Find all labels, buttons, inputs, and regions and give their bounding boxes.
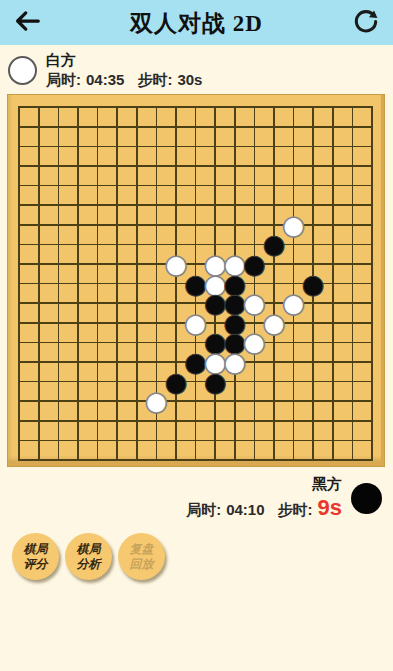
board-cell[interactable]: [303, 215, 323, 235]
board-cell[interactable]: [10, 391, 30, 411]
board-cell[interactable]: [205, 450, 225, 470]
board-cell[interactable]: [10, 176, 30, 196]
board-cell[interactable]: [166, 450, 186, 470]
board-cell[interactable]: [362, 156, 382, 176]
board-cell[interactable]: [245, 195, 265, 215]
board-cell[interactable]: [29, 450, 49, 470]
board-cell[interactable]: [10, 313, 30, 333]
board-cell[interactable]: [49, 352, 69, 372]
board-cell[interactable]: [127, 372, 147, 392]
board-cell[interactable]: [147, 274, 167, 294]
board-cell[interactable]: [186, 411, 206, 431]
board-cell[interactable]: [303, 313, 323, 333]
board-cell[interactable]: [88, 137, 108, 157]
board-cell[interactable]: [147, 450, 167, 470]
board-cell[interactable]: [225, 411, 245, 431]
board-cell[interactable]: [127, 431, 147, 451]
board-cell[interactable]: [343, 431, 363, 451]
board-cell[interactable]: [49, 274, 69, 294]
board-cell[interactable]: ●: [264, 235, 284, 255]
board-cell[interactable]: [10, 274, 30, 294]
board-cell[interactable]: [186, 156, 206, 176]
board-cell[interactable]: [88, 235, 108, 255]
board-cell[interactable]: [343, 450, 363, 470]
board-cell[interactable]: [107, 235, 127, 255]
board-cell[interactable]: [362, 195, 382, 215]
board-cell[interactable]: [225, 98, 245, 118]
board-cell[interactable]: [284, 333, 304, 353]
board-cell[interactable]: [49, 195, 69, 215]
board-cell[interactable]: [10, 117, 30, 137]
board-cell[interactable]: [303, 176, 323, 196]
board-cell[interactable]: [88, 274, 108, 294]
board-cell[interactable]: [10, 195, 30, 215]
board-cell[interactable]: [68, 176, 88, 196]
board-cell[interactable]: [10, 411, 30, 431]
board-cell[interactable]: [303, 117, 323, 137]
board-cell[interactable]: [107, 117, 127, 137]
board-cell[interactable]: [147, 293, 167, 313]
board-cell[interactable]: [68, 235, 88, 255]
board-cell[interactable]: [68, 98, 88, 118]
board-cell[interactable]: [127, 215, 147, 235]
board-cell[interactable]: [127, 117, 147, 137]
board-cell[interactable]: [68, 117, 88, 137]
board-cell[interactable]: [245, 450, 265, 470]
board-cell[interactable]: [127, 98, 147, 118]
board-cell[interactable]: [186, 235, 206, 255]
board-cell[interactable]: ●: [205, 293, 225, 313]
board-cell[interactable]: [29, 411, 49, 431]
board-cell[interactable]: [147, 313, 167, 333]
board-cell[interactable]: [284, 411, 304, 431]
board-cell[interactable]: [68, 333, 88, 353]
replay-button[interactable]: 复盘 回放: [118, 533, 165, 580]
board-cell[interactable]: [323, 137, 343, 157]
board-cell[interactable]: [49, 372, 69, 392]
board-cell[interactable]: [88, 254, 108, 274]
board-cell[interactable]: [343, 372, 363, 392]
board-cell[interactable]: [127, 195, 147, 215]
board-cell[interactable]: [29, 391, 49, 411]
board-cell[interactable]: [107, 391, 127, 411]
board-cell[interactable]: [225, 391, 245, 411]
board-cell[interactable]: [107, 450, 127, 470]
board-cell[interactable]: [343, 352, 363, 372]
board-cell[interactable]: [107, 293, 127, 313]
board-cell[interactable]: [303, 235, 323, 255]
board-cell[interactable]: [68, 215, 88, 235]
board-cell[interactable]: [166, 117, 186, 137]
board-cell[interactable]: [264, 450, 284, 470]
board-cell[interactable]: [127, 235, 147, 255]
board-cell[interactable]: [49, 98, 69, 118]
board-cell[interactable]: [284, 137, 304, 157]
board-cell[interactable]: [205, 411, 225, 431]
board-cell[interactable]: [147, 156, 167, 176]
board-cell[interactable]: [205, 156, 225, 176]
board-cell[interactable]: [245, 431, 265, 451]
board-cell[interactable]: [303, 431, 323, 451]
board-cell[interactable]: [343, 156, 363, 176]
board-cell[interactable]: [362, 372, 382, 392]
board-cell[interactable]: [68, 431, 88, 451]
board-cell[interactable]: [343, 333, 363, 353]
board-cell[interactable]: [147, 98, 167, 118]
board-cell[interactable]: [49, 411, 69, 431]
board-cell[interactable]: [107, 195, 127, 215]
board-cell[interactable]: [29, 313, 49, 333]
board-cell[interactable]: [225, 195, 245, 215]
board-cell[interactable]: [264, 274, 284, 294]
board-cell[interactable]: [127, 352, 147, 372]
board-cell[interactable]: [323, 254, 343, 274]
board-cell[interactable]: [68, 313, 88, 333]
board-cell[interactable]: [362, 137, 382, 157]
board-cell[interactable]: [88, 313, 108, 333]
board-cell[interactable]: [29, 137, 49, 157]
board-cell[interactable]: [264, 117, 284, 137]
board-cell[interactable]: [362, 98, 382, 118]
board-cell[interactable]: [343, 391, 363, 411]
board-cell[interactable]: [186, 98, 206, 118]
board-cell[interactable]: ●: [245, 293, 265, 313]
board-cell[interactable]: [107, 176, 127, 196]
board-cell[interactable]: [49, 176, 69, 196]
board-cell[interactable]: [284, 254, 304, 274]
board-cell[interactable]: [323, 411, 343, 431]
board-cell[interactable]: [29, 293, 49, 313]
board-cell[interactable]: [166, 431, 186, 451]
board-cell[interactable]: [49, 293, 69, 313]
board-cell[interactable]: [225, 431, 245, 451]
board-cell[interactable]: [10, 156, 30, 176]
board-cell[interactable]: [68, 450, 88, 470]
board-cell[interactable]: [343, 117, 363, 137]
board-cell[interactable]: [10, 215, 30, 235]
board-cell[interactable]: [88, 372, 108, 392]
board-cell[interactable]: [107, 372, 127, 392]
board-cell[interactable]: [10, 254, 30, 274]
board-cell[interactable]: [362, 313, 382, 333]
back-button[interactable]: [10, 6, 44, 40]
board-cell[interactable]: [107, 137, 127, 157]
board-cell[interactable]: [88, 391, 108, 411]
board-cell[interactable]: [147, 117, 167, 137]
board-cell[interactable]: [245, 98, 265, 118]
board-cell[interactable]: [29, 254, 49, 274]
board-cell[interactable]: [29, 274, 49, 294]
board-cell[interactable]: [68, 411, 88, 431]
board-cell[interactable]: [107, 431, 127, 451]
board-cell[interactable]: [147, 215, 167, 235]
board-cell[interactable]: [127, 450, 147, 470]
board-cell[interactable]: [323, 431, 343, 451]
board-cell[interactable]: [284, 176, 304, 196]
board-cell[interactable]: [166, 293, 186, 313]
board-cell[interactable]: [147, 176, 167, 196]
board-cell[interactable]: [362, 293, 382, 313]
board-cell[interactable]: [10, 372, 30, 392]
board-cell[interactable]: [264, 411, 284, 431]
board-cell[interactable]: [186, 195, 206, 215]
restart-button[interactable]: [349, 6, 383, 40]
board-cell[interactable]: [127, 137, 147, 157]
board-cell[interactable]: [323, 176, 343, 196]
board-cell[interactable]: ●: [303, 274, 323, 294]
board-cell[interactable]: [323, 235, 343, 255]
board-cell[interactable]: [166, 98, 186, 118]
board-cell[interactable]: [107, 215, 127, 235]
board-cell[interactable]: [264, 137, 284, 157]
board-cell[interactable]: [225, 176, 245, 196]
board-cell[interactable]: [49, 431, 69, 451]
board-cell[interactable]: [68, 372, 88, 392]
board-cell[interactable]: [343, 254, 363, 274]
board-cell[interactable]: [29, 215, 49, 235]
board-cell[interactable]: [343, 176, 363, 196]
board-cell[interactable]: [343, 274, 363, 294]
board-cell[interactable]: [68, 391, 88, 411]
board-cell[interactable]: [245, 176, 265, 196]
board-cell[interactable]: ●: [166, 254, 186, 274]
board-cell[interactable]: [245, 156, 265, 176]
board-cell[interactable]: [284, 431, 304, 451]
board-cell[interactable]: [303, 333, 323, 353]
board-cell[interactable]: [10, 98, 30, 118]
board-cell[interactable]: [186, 450, 206, 470]
board-cell[interactable]: [362, 333, 382, 353]
board-cell[interactable]: [303, 137, 323, 157]
board-cell[interactable]: [166, 195, 186, 215]
board-cell[interactable]: [88, 333, 108, 353]
board-cell[interactable]: [362, 117, 382, 137]
board-cell[interactable]: [245, 372, 265, 392]
board-cell[interactable]: [323, 391, 343, 411]
board-cell[interactable]: [343, 195, 363, 215]
board-cell[interactable]: [88, 450, 108, 470]
board-cell[interactable]: [166, 215, 186, 235]
board-cell[interactable]: [362, 215, 382, 235]
board-cell[interactable]: [284, 156, 304, 176]
board-cell[interactable]: [127, 391, 147, 411]
board-cell[interactable]: [323, 117, 343, 137]
board-cell[interactable]: [49, 313, 69, 333]
board-cell[interactable]: [205, 215, 225, 235]
board-cell[interactable]: [127, 156, 147, 176]
board-cell[interactable]: [205, 98, 225, 118]
board-cell[interactable]: [343, 313, 363, 333]
board-cell[interactable]: [147, 431, 167, 451]
board-cell[interactable]: [68, 274, 88, 294]
board-cell[interactable]: [49, 215, 69, 235]
board-cell[interactable]: [88, 352, 108, 372]
board-cell[interactable]: [88, 156, 108, 176]
board-cell[interactable]: [127, 411, 147, 431]
board-cell[interactable]: [284, 98, 304, 118]
board-cell[interactable]: [264, 372, 284, 392]
board-cell[interactable]: [264, 195, 284, 215]
board-cell[interactable]: [362, 431, 382, 451]
board-cell[interactable]: [88, 411, 108, 431]
game-score-button[interactable]: 棋局 评分: [12, 533, 59, 580]
board-cell[interactable]: [205, 117, 225, 137]
board-cell[interactable]: [29, 431, 49, 451]
board-cell[interactable]: [166, 137, 186, 157]
board-cell[interactable]: [29, 333, 49, 353]
board-cell[interactable]: [166, 176, 186, 196]
board-cell[interactable]: [303, 195, 323, 215]
board-cell[interactable]: [88, 195, 108, 215]
board-cell[interactable]: [147, 333, 167, 353]
board-cell[interactable]: [264, 176, 284, 196]
board-cell[interactable]: [343, 293, 363, 313]
board-cell[interactable]: [362, 176, 382, 196]
board-cell[interactable]: [10, 137, 30, 157]
board-cell[interactable]: [147, 235, 167, 255]
board-cell[interactable]: ●: [245, 333, 265, 353]
board-cell[interactable]: ●: [225, 352, 245, 372]
board-cell[interactable]: [362, 391, 382, 411]
board-cell[interactable]: [225, 137, 245, 157]
board-cell[interactable]: ●: [186, 274, 206, 294]
board-cell[interactable]: ●: [284, 215, 304, 235]
board-cell[interactable]: [284, 450, 304, 470]
board-cell[interactable]: [49, 117, 69, 137]
board-cell[interactable]: [166, 156, 186, 176]
board-cell[interactable]: ●: [147, 391, 167, 411]
board-cell[interactable]: [29, 372, 49, 392]
board-cell[interactable]: [362, 450, 382, 470]
board-cell[interactable]: [186, 117, 206, 137]
board-cell[interactable]: [107, 156, 127, 176]
board-cell[interactable]: [303, 411, 323, 431]
board-cell[interactable]: ●: [284, 293, 304, 313]
board-cell[interactable]: [343, 98, 363, 118]
board-cell[interactable]: [362, 352, 382, 372]
board-cell[interactable]: [186, 431, 206, 451]
board-cell[interactable]: [303, 391, 323, 411]
board-cell[interactable]: [166, 333, 186, 353]
board-cell[interactable]: [29, 156, 49, 176]
board-cell[interactable]: [323, 274, 343, 294]
board-cell[interactable]: ●: [245, 254, 265, 274]
board-cell[interactable]: [303, 450, 323, 470]
board-cell[interactable]: [147, 352, 167, 372]
board-cell[interactable]: [49, 156, 69, 176]
board-cell[interactable]: [147, 137, 167, 157]
board-cell[interactable]: [10, 235, 30, 255]
board-cell[interactable]: [127, 293, 147, 313]
board-cell[interactable]: [323, 372, 343, 392]
board-cell[interactable]: [205, 195, 225, 215]
board-cell[interactable]: [245, 215, 265, 235]
board-cell[interactable]: [68, 352, 88, 372]
board-cell[interactable]: ●: [186, 352, 206, 372]
board-cell[interactable]: [49, 391, 69, 411]
board-cell[interactable]: [186, 391, 206, 411]
board-cell[interactable]: [107, 274, 127, 294]
board-cell[interactable]: [264, 391, 284, 411]
board-cell[interactable]: ●: [205, 372, 225, 392]
board-cell[interactable]: [323, 293, 343, 313]
board-cell[interactable]: [88, 98, 108, 118]
board-cell[interactable]: [107, 98, 127, 118]
board-cell[interactable]: [245, 391, 265, 411]
board-cell[interactable]: [343, 411, 363, 431]
board-cell[interactable]: [303, 372, 323, 392]
board-cell[interactable]: [284, 372, 304, 392]
board-cell[interactable]: [225, 215, 245, 235]
board-cell[interactable]: [284, 352, 304, 372]
board-cell[interactable]: [303, 156, 323, 176]
board-cell[interactable]: [205, 176, 225, 196]
board-cell[interactable]: [284, 117, 304, 137]
board-cell[interactable]: [49, 450, 69, 470]
board-cell[interactable]: [68, 293, 88, 313]
board-cell[interactable]: [323, 215, 343, 235]
board-cell[interactable]: [362, 411, 382, 431]
board-cell[interactable]: [127, 176, 147, 196]
board-cell[interactable]: [49, 235, 69, 255]
board-cell[interactable]: [362, 274, 382, 294]
board-cell[interactable]: [186, 176, 206, 196]
board-cell[interactable]: [303, 98, 323, 118]
board-cell[interactable]: [68, 195, 88, 215]
board-cell[interactable]: [10, 333, 30, 353]
board-cell[interactable]: [68, 254, 88, 274]
board-cell[interactable]: [10, 352, 30, 372]
board-cell[interactable]: [323, 156, 343, 176]
board-cell[interactable]: [49, 137, 69, 157]
board-cell[interactable]: [29, 235, 49, 255]
board-cell[interactable]: [107, 411, 127, 431]
board-cell[interactable]: [10, 450, 30, 470]
board-cell[interactable]: [68, 156, 88, 176]
board-cell[interactable]: [303, 352, 323, 372]
board-cell[interactable]: [323, 333, 343, 353]
board-cell[interactable]: [147, 254, 167, 274]
board-cell[interactable]: [225, 117, 245, 137]
board-cell[interactable]: [225, 450, 245, 470]
board-cell[interactable]: [166, 411, 186, 431]
board-cell[interactable]: [127, 333, 147, 353]
board-cell[interactable]: [127, 313, 147, 333]
board-cell[interactable]: [205, 431, 225, 451]
board-cell[interactable]: [205, 137, 225, 157]
board-cell[interactable]: [10, 293, 30, 313]
board-cell[interactable]: [323, 352, 343, 372]
board-cell[interactable]: [245, 137, 265, 157]
board-cell[interactable]: [264, 431, 284, 451]
board-cell[interactable]: [29, 352, 49, 372]
board-cell[interactable]: [264, 352, 284, 372]
board-cell[interactable]: [88, 431, 108, 451]
board-cell[interactable]: [186, 137, 206, 157]
board-cell[interactable]: [127, 254, 147, 274]
board-cell[interactable]: [107, 352, 127, 372]
board-cell[interactable]: ●: [264, 313, 284, 333]
board-cell[interactable]: [245, 411, 265, 431]
board-cell[interactable]: [343, 215, 363, 235]
board-cell[interactable]: [362, 235, 382, 255]
board-cell[interactable]: [343, 235, 363, 255]
board-cell[interactable]: [49, 333, 69, 353]
board-cell[interactable]: [284, 391, 304, 411]
board-cell[interactable]: [323, 450, 343, 470]
board-cell[interactable]: [323, 98, 343, 118]
board-cell[interactable]: [245, 117, 265, 137]
